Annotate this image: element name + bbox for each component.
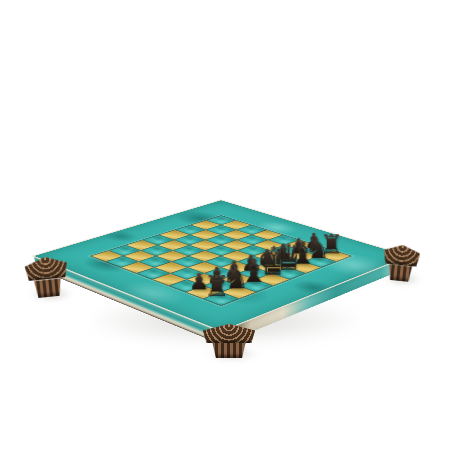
column-flutes <box>387 264 412 282</box>
black-rook[interactable]: ♜ <box>204 272 229 301</box>
square-d3[interactable] <box>189 240 221 251</box>
square-h5[interactable] <box>152 273 186 285</box>
white-pawn[interactable]: ♟ <box>107 242 130 263</box>
bronze-column-foot-front <box>203 324 255 358</box>
bronze-column-foot-right <box>381 243 421 283</box>
column-capital <box>24 255 68 282</box>
column-flutes <box>212 343 246 358</box>
turquoise-patina-board: ♜♟♟♜♞♟♟♞♝♟♟♝♛♟♟♛♚♟♟♚♝♟♟♝♞♟♟♞♜♟♟♜ <box>34 200 407 330</box>
square-c4[interactable] <box>221 240 253 251</box>
column-capital <box>383 243 421 267</box>
column-flutes <box>33 278 62 298</box>
square-h4[interactable] <box>136 267 170 279</box>
bronze-column-foot-left <box>24 255 70 299</box>
column-capital <box>203 324 255 343</box>
chess-board-grid: ♜♟♟♜♞♟♟♞♝♟♟♝♛♟♟♛♚♟♟♚♝♟♟♝♞♟♟♞♜♟♟♜ <box>91 216 351 306</box>
product-photo-stage: ♜♟♟♜♞♟♟♞♝♟♟♝♛♟♟♛♚♟♟♚♝♟♟♝♞♟♟♞♜♟♟♜ <box>0 0 450 450</box>
